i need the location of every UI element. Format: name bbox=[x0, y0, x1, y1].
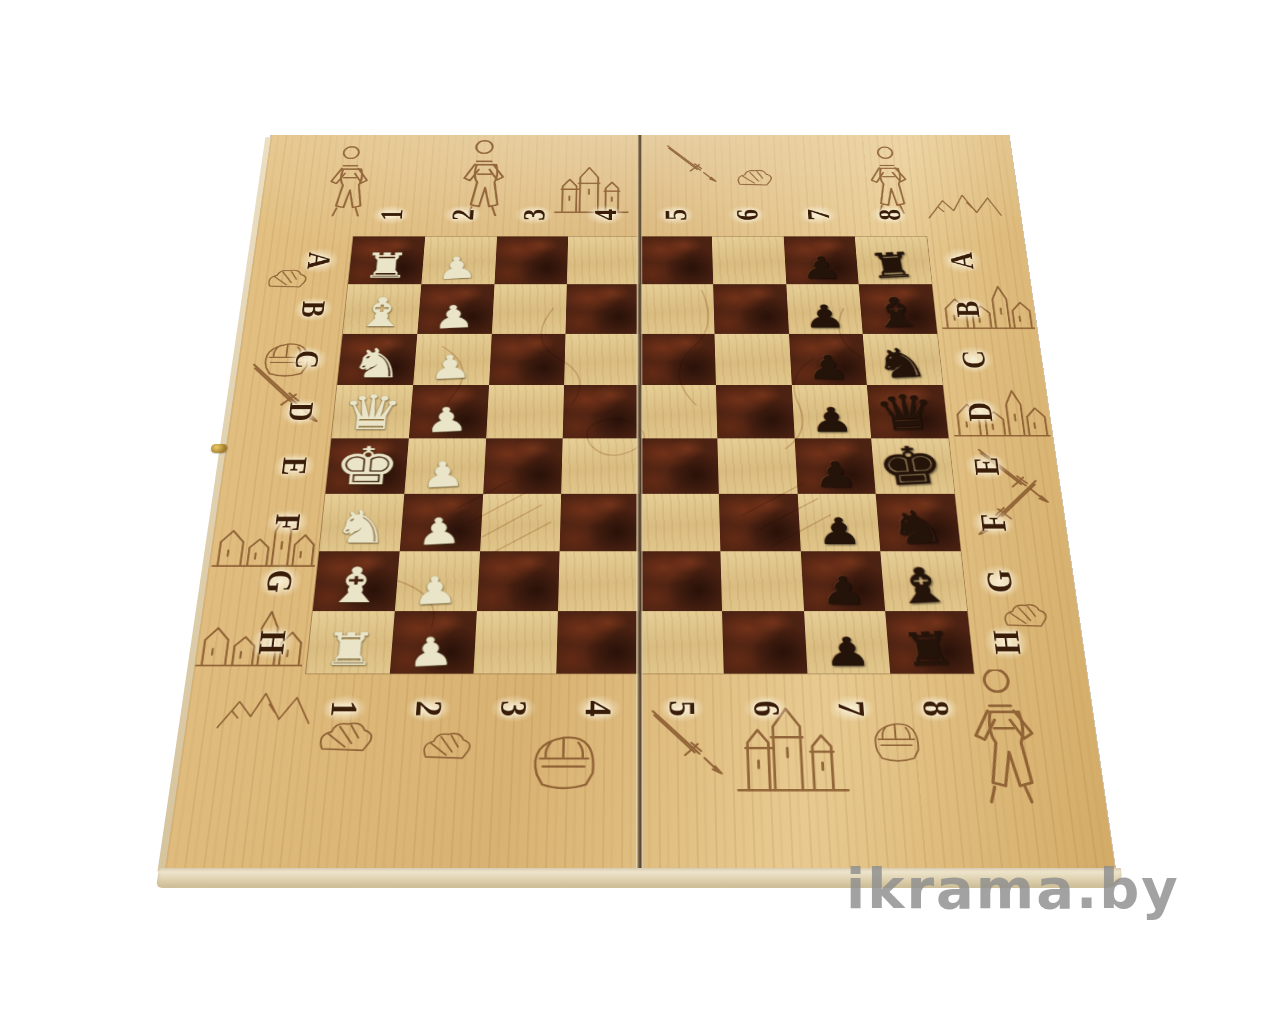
square-a7[interactable]: ♟ bbox=[783, 237, 859, 285]
square-d6[interactable] bbox=[716, 385, 795, 438]
piece-black-pawn[interactable]: ♟ bbox=[825, 619, 872, 672]
rank-label-7: 7 bbox=[797, 205, 838, 225]
rank-label-5: 5 bbox=[656, 205, 696, 225]
rank-label-8: 8 bbox=[911, 694, 960, 722]
square-h4[interactable] bbox=[557, 611, 640, 673]
file-label-a: A bbox=[297, 247, 340, 273]
square-b2[interactable]: ♟ bbox=[417, 284, 494, 333]
rank-label-6: 6 bbox=[743, 694, 791, 722]
piece-white-pawn[interactable]: ♟ bbox=[409, 557, 459, 612]
square-b3[interactable] bbox=[491, 284, 567, 333]
square-g6[interactable] bbox=[720, 551, 803, 611]
rank-label-4: 4 bbox=[574, 694, 621, 722]
rank-label-3: 3 bbox=[489, 694, 537, 722]
square-f2[interactable]: ♟ bbox=[399, 494, 482, 552]
square-b4[interactable] bbox=[566, 284, 640, 333]
square-c3[interactable] bbox=[489, 334, 566, 385]
square-h1[interactable]: ♜ bbox=[306, 611, 395, 673]
square-e5[interactable] bbox=[640, 438, 719, 493]
piece-white-pawn[interactable]: ♟ bbox=[422, 387, 469, 439]
square-b6[interactable] bbox=[713, 284, 789, 333]
file-label-h: H bbox=[982, 625, 1032, 660]
rank-label-6: 6 bbox=[727, 205, 767, 225]
file-label-c: C bbox=[951, 346, 996, 374]
square-f7[interactable]: ♟ bbox=[797, 494, 880, 552]
piece-white-pawn[interactable]: ♟ bbox=[430, 284, 475, 334]
file-label-a: A bbox=[940, 247, 983, 273]
square-g1[interactable]: ♝ bbox=[313, 551, 400, 611]
square-d5[interactable] bbox=[640, 385, 717, 438]
rank-label-7: 7 bbox=[827, 694, 875, 722]
file-label-g: G bbox=[256, 564, 305, 598]
sword-art-icon bbox=[656, 138, 724, 191]
square-c6[interactable] bbox=[714, 334, 791, 385]
file-label-g: G bbox=[975, 564, 1024, 598]
square-h5[interactable] bbox=[640, 611, 723, 673]
square-c4[interactable] bbox=[564, 334, 640, 385]
square-d7[interactable]: ♟ bbox=[791, 385, 871, 438]
square-h6[interactable] bbox=[722, 611, 807, 673]
rank-label-8: 8 bbox=[868, 205, 909, 225]
square-a6[interactable] bbox=[712, 237, 786, 285]
square-f3[interactable] bbox=[480, 494, 562, 552]
sword-art-icon bbox=[635, 686, 733, 802]
square-a5[interactable] bbox=[640, 237, 713, 285]
watermark: ikrama.by bbox=[846, 856, 1180, 921]
square-c7[interactable]: ♟ bbox=[789, 334, 867, 385]
piece-white-bishop[interactable]: ♝ bbox=[324, 543, 383, 609]
file-label-b: B bbox=[291, 296, 335, 321]
square-e2[interactable]: ♟ bbox=[404, 438, 486, 493]
photo-stage: ABCDEFGH ABCDEFGH 12345678 12345678 ♜♟♟♜… bbox=[0, 0, 1280, 1024]
square-f5[interactable] bbox=[640, 494, 720, 552]
square-e6[interactable] bbox=[717, 438, 797, 493]
square-c2[interactable]: ♟ bbox=[413, 334, 491, 385]
piece-black-pawn[interactable]: ♟ bbox=[814, 443, 858, 493]
square-f6[interactable] bbox=[719, 494, 801, 552]
square-a3[interactable] bbox=[494, 237, 568, 285]
piece-black-bishop[interactable]: ♝ bbox=[892, 541, 956, 611]
file-label-f: F bbox=[264, 508, 311, 536]
square-d4[interactable] bbox=[563, 385, 640, 438]
rank-label-2: 2 bbox=[442, 205, 483, 225]
file-label-c: C bbox=[285, 346, 330, 374]
piece-white-pawn[interactable]: ♟ bbox=[418, 441, 466, 494]
square-e7[interactable]: ♟ bbox=[794, 438, 876, 493]
square-e4[interactable] bbox=[561, 438, 640, 493]
square-g7[interactable]: ♟ bbox=[800, 551, 885, 611]
rank-label-1: 1 bbox=[371, 205, 412, 225]
piece-black-pawn[interactable]: ♟ bbox=[818, 499, 863, 550]
piece-white-pawn[interactable]: ♟ bbox=[434, 236, 478, 285]
square-b7[interactable]: ♟ bbox=[786, 284, 863, 333]
square-b5[interactable] bbox=[640, 284, 714, 333]
file-label-d: D bbox=[956, 397, 1002, 426]
piece-black-pawn[interactable]: ♟ bbox=[802, 237, 843, 283]
file-label-d: D bbox=[278, 397, 324, 426]
square-g5[interactable] bbox=[640, 551, 722, 611]
square-f4[interactable] bbox=[560, 494, 640, 552]
rank-label-3: 3 bbox=[513, 205, 553, 225]
piece-white-pawn[interactable]: ♟ bbox=[414, 498, 463, 552]
square-d3[interactable] bbox=[486, 385, 565, 438]
piece-black-pawn[interactable]: ♟ bbox=[811, 388, 855, 437]
square-g4[interactable] bbox=[558, 551, 640, 611]
square-c5[interactable] bbox=[640, 334, 716, 385]
square-g2[interactable]: ♟ bbox=[395, 551, 480, 611]
piece-black-pawn[interactable]: ♟ bbox=[805, 286, 847, 333]
board-face: ABCDEFGH ABCDEFGH 12345678 12345678 ♜♟♟♜… bbox=[165, 135, 1115, 868]
square-g3[interactable] bbox=[476, 551, 559, 611]
square-h2[interactable]: ♟ bbox=[390, 611, 477, 673]
rank-label-2: 2 bbox=[405, 694, 453, 722]
rank-label-5: 5 bbox=[659, 694, 706, 722]
square-d2[interactable]: ♟ bbox=[409, 385, 489, 438]
file-label-b: B bbox=[945, 296, 989, 321]
rocks-art-icon bbox=[726, 146, 791, 196]
piece-black-pawn[interactable]: ♟ bbox=[808, 336, 851, 384]
square-e3[interactable] bbox=[483, 438, 563, 493]
piece-black-pawn[interactable]: ♟ bbox=[821, 558, 867, 610]
chess-box-scene: ABCDEFGH ABCDEFGH 12345678 12345678 ♜♟♟♜… bbox=[165, 135, 1115, 868]
piece-white-rook[interactable]: ♜ bbox=[321, 612, 375, 672]
file-label-f: F bbox=[969, 508, 1016, 536]
square-a2[interactable]: ♟ bbox=[421, 237, 497, 285]
brass-latch-icon bbox=[210, 444, 227, 453]
file-label-h: H bbox=[248, 625, 298, 660]
square-a4[interactable] bbox=[567, 237, 640, 285]
rank-labels-bottom: 12345678 bbox=[299, 680, 981, 737]
rank-label-4: 4 bbox=[585, 205, 625, 225]
square-g8[interactable]: ♝ bbox=[881, 551, 968, 611]
square-h3[interactable] bbox=[473, 611, 558, 673]
piece-white-pawn[interactable]: ♟ bbox=[404, 618, 455, 674]
piece-black-rook[interactable]: ♜ bbox=[901, 610, 959, 674]
square-h8[interactable]: ♜ bbox=[885, 611, 974, 673]
piece-white-pawn[interactable]: ♟ bbox=[426, 335, 472, 386]
rank-label-1: 1 bbox=[320, 694, 369, 722]
square-h7[interactable]: ♟ bbox=[804, 611, 891, 673]
file-label-e: E bbox=[271, 452, 317, 480]
